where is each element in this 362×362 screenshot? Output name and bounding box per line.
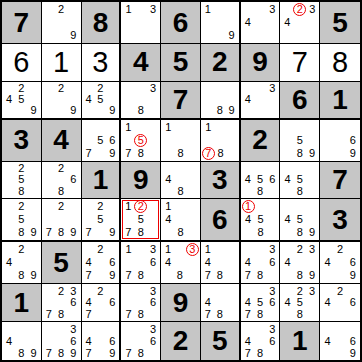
candidate-5: 5 (294, 134, 306, 147)
candidate-grid: 268 (42, 162, 81, 199)
given-digit: 2 (252, 126, 268, 154)
candidate-grid: 23458 (280, 284, 319, 321)
candidate-8: 8 (15, 226, 27, 239)
candidate-2-circled: 2 (293, 3, 306, 16)
candidate-7: 7 (202, 309, 214, 321)
candidate-7: 7 (122, 226, 134, 239)
candidate-5: 5 (255, 213, 267, 226)
candidate-3: 3 (147, 83, 159, 94)
candidate-5: 5 (94, 213, 106, 226)
candidate-2: 2 (294, 243, 306, 256)
given-digit: 3 (212, 166, 228, 194)
cell-r1c3[interactable]: 8 (82, 2, 122, 44)
candidate-8: 8 (214, 269, 226, 282)
candidate-4: 4 (242, 297, 254, 309)
candidate-8: 8 (254, 309, 266, 321)
candidate-6: 6 (346, 335, 359, 347)
cell-r2c4[interactable]: 4 (121, 44, 161, 82)
cell-r2c6[interactable]: 2 (201, 44, 241, 82)
cell-r2c9[interactable]: 8 (320, 44, 360, 82)
candidate-8: 8 (294, 226, 306, 239)
candidate-4: 4 (242, 94, 254, 105)
given-digit: 7 (14, 9, 30, 37)
candidate-8: 8 (255, 226, 267, 239)
candidate-1: 1 (122, 200, 134, 213)
cell-r8c8[interactable]: 23458 (280, 284, 320, 322)
cell-r7c3[interactable]: 24679 (82, 242, 122, 284)
cell-r3c6[interactable]: 89 (201, 82, 241, 120)
candidate-4: 4 (83, 297, 95, 309)
cell-r9c4[interactable]: 3678 (121, 322, 161, 360)
candidate-4: 4 (3, 256, 15, 269)
cell-r4c6[interactable]: 178 (201, 120, 241, 162)
candidate-3: 3 (306, 243, 318, 256)
given-digit: 4 (53, 126, 69, 154)
cell-r8c2[interactable]: 23678 (42, 284, 82, 322)
candidate-2: 2 (334, 285, 347, 297)
given-digit: 6 (173, 9, 189, 37)
candidate-9: 9 (346, 147, 359, 160)
candidate-7: 7 (122, 309, 134, 321)
candidate-4: 4 (321, 335, 334, 347)
candidate-6: 6 (106, 335, 118, 347)
candidate-grid: 2467 (82, 284, 120, 321)
candidate-3: 3 (306, 3, 318, 16)
solved-digit: 7 (292, 48, 308, 77)
cell-r6c7[interactable]: 1458 (241, 199, 281, 242)
candidate-grid: 34 (241, 82, 280, 118)
cell-r6c3[interactable]: 2579 (82, 199, 122, 242)
cell-r3c3[interactable]: 2459 (82, 82, 122, 120)
given-digit: 7 (173, 86, 189, 114)
candidate-grid: 89 (201, 82, 239, 118)
candidate-8: 8 (135, 269, 147, 282)
candidate-5: 5 (15, 94, 27, 105)
given-digit: 6 (212, 206, 228, 234)
cell-r4c2[interactable]: 4 (42, 120, 82, 162)
candidate-2: 2 (55, 285, 67, 297)
candidate-9: 9 (346, 269, 359, 282)
candidate-3: 3 (67, 323, 79, 335)
candidate-9: 9 (106, 347, 118, 359)
candidate-4: 4 (3, 94, 15, 105)
cell-r9c6[interactable]: 5 (201, 322, 241, 360)
candidate-3: 3 (147, 243, 159, 256)
candidate-grid: 2789 (42, 199, 81, 240)
candidate-grid: 29 (42, 82, 81, 118)
candidate-1: 1 (162, 121, 174, 134)
candidate-3: 3 (266, 323, 278, 335)
candidate-4: 4 (242, 335, 254, 347)
cell-r7c7[interactable]: 34678 (241, 242, 281, 284)
cell-r9c9[interactable]: 469 (320, 322, 360, 360)
cell-r1c1[interactable]: 7 (2, 2, 42, 44)
candidate-grid: 48 (161, 162, 200, 199)
candidate-2: 2 (94, 285, 106, 297)
cell-r3c2[interactable]: 29 (42, 82, 82, 120)
cell-r5c2[interactable]: 268 (42, 162, 82, 200)
candidate-5: 5 (15, 213, 27, 226)
candidate-grid: 24679 (82, 242, 120, 283)
candidate-6: 6 (346, 134, 359, 147)
candidate-1-circled: 1 (242, 200, 255, 213)
candidate-6: 6 (67, 297, 79, 309)
cell-r1c6[interactable]: 19 (201, 2, 241, 44)
candidate-3: 3 (306, 285, 318, 297)
candidate-9: 9 (306, 269, 318, 282)
candidate-2: 2 (55, 3, 67, 16)
given-digit: 9 (252, 48, 268, 76)
candidate-1: 1 (162, 200, 174, 213)
candidate-3: 3 (147, 323, 159, 335)
candidate-6: 6 (147, 297, 159, 309)
candidate-4: 4 (321, 256, 334, 269)
candidate-3-circled: 3 (186, 243, 199, 256)
candidate-grid: 258 (2, 162, 41, 199)
cell-r8c9[interactable]: 246 (320, 284, 360, 322)
cell-r4c1[interactable]: 3 (2, 120, 42, 162)
given-digit: 2 (173, 327, 189, 355)
candidate-8: 8 (174, 269, 186, 282)
candidate-3: 3 (67, 285, 79, 297)
cell-r1c8[interactable]: 234 (280, 2, 320, 44)
cell-r1c2[interactable]: 29 (42, 2, 82, 44)
cell-r6c6[interactable]: 6 (201, 199, 241, 242)
candidate-5: 5 (134, 213, 147, 226)
candidate-3: 3 (266, 243, 278, 256)
candidate-1: 1 (202, 3, 214, 16)
candidate-1: 1 (162, 243, 174, 256)
candidate-9: 9 (28, 226, 40, 239)
cell-r9c2[interactable]: 36789 (42, 322, 82, 360)
cell-r6c4[interactable]: 12578 (121, 199, 161, 242)
candidate-9: 9 (28, 347, 40, 359)
candidate-5-circled: 5 (134, 134, 147, 147)
given-digit: 7 (332, 166, 348, 194)
candidate-grid: 1458 (241, 199, 280, 240)
candidate-grid: 589 (280, 120, 319, 161)
candidate-9: 9 (28, 105, 40, 116)
candidate-6: 6 (106, 297, 118, 309)
candidate-2: 2 (15, 163, 27, 175)
candidate-7: 7 (83, 269, 95, 282)
cell-r2c7[interactable]: 9 (241, 44, 281, 82)
candidate-7: 7 (83, 309, 95, 321)
cell-r3c1[interactable]: 2459 (2, 82, 42, 120)
candidate-4: 4 (242, 16, 254, 29)
candidate-9: 9 (106, 105, 118, 116)
candidate-4: 4 (281, 16, 293, 29)
candidate-4: 4 (281, 256, 293, 269)
candidate-7: 7 (122, 147, 134, 160)
candidate-grid: 29 (42, 2, 81, 43)
candidate-8: 8 (55, 347, 67, 359)
candidate-6: 6 (67, 174, 79, 186)
cell-r3c4[interactable]: 38 (121, 82, 161, 120)
candidate-grid: 478 (201, 284, 239, 321)
candidate-2: 2 (334, 243, 347, 256)
candidate-7: 7 (122, 269, 134, 282)
candidate-1: 1 (122, 121, 134, 134)
cell-r5c1[interactable]: 258 (2, 162, 42, 200)
given-digit: 8 (93, 9, 109, 37)
candidate-4: 4 (242, 256, 254, 269)
cell-r5c6[interactable]: 3 (201, 162, 241, 200)
candidate-grid: 2589 (2, 199, 41, 240)
given-digit: 1 (14, 289, 30, 317)
candidate-5: 5 (254, 297, 266, 309)
candidate-4: 4 (281, 297, 293, 309)
candidate-6: 6 (266, 174, 278, 186)
cell-r8c4[interactable]: 3678 (121, 284, 161, 322)
candidate-7: 7 (83, 147, 95, 160)
solved-digit: 6 (13, 48, 29, 77)
cell-r3c9[interactable]: 1 (320, 82, 360, 120)
candidate-4: 4 (162, 213, 174, 226)
candidate-8: 8 (15, 269, 27, 282)
candidate-6: 6 (67, 335, 79, 347)
candidate-5: 5 (294, 297, 306, 309)
candidate-grid: 345678 (241, 284, 280, 321)
candidate-8: 8 (134, 226, 147, 239)
candidate-grid: 4568 (241, 162, 280, 199)
cell-r7c4[interactable]: 13678 (121, 242, 161, 284)
cell-r2c8[interactable]: 7 (280, 44, 320, 82)
given-digit: 5 (53, 249, 69, 277)
candidate-9: 9 (67, 347, 79, 359)
cell-r6c5[interactable]: 148 (161, 199, 201, 242)
candidate-8: 8 (135, 347, 147, 359)
candidate-4: 4 (321, 297, 334, 309)
candidate-7: 7 (242, 347, 254, 359)
cell-r5c4[interactable]: 9 (121, 162, 161, 200)
given-digit: 3 (14, 126, 30, 154)
candidate-4: 4 (281, 213, 293, 226)
candidate-grid: 178 (201, 120, 239, 161)
candidate-grid: 38 (121, 82, 160, 118)
candidate-8: 8 (174, 147, 186, 160)
candidate-3: 3 (266, 285, 278, 297)
cell-r7c9[interactable]: 2469 (320, 242, 360, 284)
cell-r1c5[interactable]: 6 (161, 2, 201, 44)
cell-r7c2[interactable]: 5 (42, 242, 82, 284)
cell-r5c9[interactable]: 7 (320, 162, 360, 200)
cell-r7c1[interactable]: 2489 (2, 242, 42, 284)
candidate-9: 9 (306, 226, 318, 239)
candidate-9: 9 (67, 105, 79, 116)
candidate-7: 7 (43, 309, 55, 321)
candidate-6: 6 (266, 297, 278, 309)
cell-r5c5[interactable]: 48 (161, 162, 201, 200)
cell-r9c5[interactable]: 2 (161, 322, 201, 360)
solved-digit: 3 (92, 48, 108, 77)
cell-r1c7[interactable]: 34 (241, 2, 281, 44)
candidate-8: 8 (254, 186, 266, 198)
candidate-4: 4 (83, 335, 95, 347)
candidate-9: 9 (106, 147, 118, 160)
candidate-grid: 148 (161, 199, 200, 240)
cell-r6c8[interactable]: 4589 (280, 199, 320, 242)
candidate-7: 7 (242, 269, 254, 282)
candidate-7: 7 (202, 269, 214, 282)
candidate-9: 9 (346, 347, 359, 359)
candidate-grid: 2579 (82, 199, 120, 240)
candidate-grid: 3678 (121, 284, 160, 321)
candidate-grid: 36789 (42, 322, 81, 360)
cell-r7c5[interactable]: 1348 (161, 242, 201, 284)
cell-r9c1[interactable]: 489 (2, 322, 42, 360)
cell-r4c9[interactable]: 69 (320, 120, 360, 162)
candidate-8: 8 (55, 226, 67, 239)
candidate-8: 8 (135, 105, 147, 116)
candidate-8: 8 (55, 309, 67, 321)
cell-r8c6[interactable]: 478 (201, 284, 241, 322)
cell-r3c5[interactable]: 7 (161, 82, 201, 120)
candidate-4: 4 (202, 256, 214, 269)
candidate-grid: 4679 (82, 322, 120, 360)
candidate-grid: 18 (161, 120, 200, 161)
cell-r1c9[interactable]: 5 (320, 2, 360, 44)
candidate-4: 4 (162, 174, 174, 186)
given-digit: 1 (93, 166, 109, 194)
candidate-9: 9 (28, 269, 40, 282)
candidate-1: 1 (202, 243, 214, 256)
given-digit: 2 (212, 48, 228, 76)
candidate-5: 5 (94, 134, 106, 147)
candidate-4: 4 (83, 256, 95, 269)
candidate-grid: 2459 (2, 82, 41, 118)
candidate-8: 8 (55, 186, 67, 198)
cell-r3c8[interactable]: 6 (280, 82, 320, 120)
cell-r3c7[interactable]: 34 (241, 82, 281, 120)
candidate-grid: 34 (241, 2, 280, 43)
candidate-8: 8 (215, 147, 226, 160)
candidate-2: 2 (94, 243, 106, 256)
cell-r6c1[interactable]: 2589 (2, 199, 42, 242)
cell-r2c3[interactable]: 3 (82, 44, 122, 82)
candidate-grid: 1348 (161, 242, 200, 283)
candidate-grid: 2489 (2, 242, 41, 283)
given-digit: 9 (173, 289, 189, 317)
candidate-5: 5 (15, 174, 27, 186)
candidate-3: 3 (147, 285, 159, 297)
candidate-2-circled: 2 (134, 200, 147, 213)
candidate-8: 8 (174, 186, 186, 198)
candidate-grid: 34678 (241, 242, 280, 283)
candidate-grid: 1578 (121, 120, 160, 161)
given-digit: 5 (173, 48, 189, 76)
candidate-5: 5 (254, 174, 266, 186)
cell-r5c3[interactable]: 1 (82, 162, 122, 200)
given-digit: 4 (133, 48, 149, 76)
candidate-9: 9 (67, 29, 79, 42)
candidate-2: 2 (94, 200, 106, 213)
cell-r6c2[interactable]: 2789 (42, 199, 82, 242)
cell-r9c7[interactable]: 34678 (241, 322, 281, 360)
candidate-grid: 234 (280, 2, 319, 43)
candidate-grid: 458 (280, 162, 319, 199)
candidate-8: 8 (294, 186, 306, 198)
cell-r4c4[interactable]: 1578 (121, 120, 161, 162)
candidate-8: 8 (214, 309, 226, 321)
cell-r2c5[interactable]: 5 (161, 44, 201, 82)
candidate-7: 7 (43, 347, 55, 359)
candidate-grid: 1478 (201, 242, 239, 283)
candidate-2: 2 (55, 200, 67, 213)
cell-r8c7[interactable]: 345678 (241, 284, 281, 322)
candidate-7: 7 (122, 347, 134, 359)
candidate-9: 9 (226, 29, 238, 42)
candidate-3: 3 (266, 83, 278, 94)
given-digit: 5 (212, 327, 228, 355)
candidate-2: 2 (15, 200, 27, 213)
cell-r5c8[interactable]: 458 (280, 162, 320, 200)
cell-r9c3[interactable]: 4679 (82, 322, 122, 360)
candidate-6: 6 (346, 256, 359, 269)
candidate-2: 2 (55, 83, 67, 94)
cell-r4c7[interactable]: 2 (241, 120, 281, 162)
cell-r9c8[interactable]: 1 (280, 322, 320, 360)
candidate-1: 1 (202, 121, 215, 134)
cell-r6c9[interactable]: 3 (320, 199, 360, 242)
candidate-grid: 246 (320, 284, 360, 321)
cell-r5c7[interactable]: 4568 (241, 162, 281, 200)
cell-r8c5[interactable]: 9 (161, 284, 201, 322)
candidate-6: 6 (346, 297, 359, 309)
candidate-7: 7 (43, 226, 55, 239)
cell-r8c1[interactable]: 1 (2, 284, 42, 322)
candidate-9: 9 (67, 226, 79, 239)
candidate-8: 8 (135, 309, 147, 321)
cell-r1c4[interactable]: 13 (121, 2, 161, 44)
candidate-8: 8 (254, 347, 266, 359)
candidate-6: 6 (106, 134, 118, 147)
candidate-8: 8 (15, 347, 27, 359)
given-digit: 6 (292, 86, 308, 114)
candidate-8: 8 (294, 269, 306, 282)
candidate-1: 1 (122, 243, 134, 256)
cell-r4c3[interactable]: 5679 (82, 120, 122, 162)
candidate-8: 8 (15, 186, 27, 198)
candidate-grid: 23678 (42, 284, 81, 321)
solved-digit: 8 (332, 48, 348, 77)
cell-r2c2[interactable]: 1 (42, 44, 82, 82)
candidate-5: 5 (294, 213, 306, 226)
candidate-9: 9 (106, 226, 118, 239)
candidate-grid: 23489 (280, 242, 319, 283)
candidate-4: 4 (202, 297, 214, 309)
candidate-3: 3 (147, 3, 159, 16)
candidate-grid: 69 (320, 120, 360, 161)
given-digit: 5 (332, 9, 348, 37)
candidate-4: 4 (242, 174, 254, 186)
candidate-8: 8 (134, 147, 147, 160)
given-digit: 3 (332, 206, 348, 234)
cell-r4c8[interactable]: 589 (280, 120, 320, 162)
cell-r8c3[interactable]: 2467 (82, 284, 122, 322)
solved-digit: 1 (53, 48, 69, 77)
candidate-grid: 469 (320, 322, 360, 360)
candidate-grid: 2469 (320, 242, 360, 283)
cell-r7c8[interactable]: 23489 (280, 242, 320, 284)
candidate-4: 4 (242, 213, 255, 226)
candidate-4: 4 (281, 174, 293, 186)
given-digit: 1 (292, 327, 308, 355)
cell-r7c6[interactable]: 1478 (201, 242, 241, 284)
cell-r2c1[interactable]: 6 (2, 44, 42, 82)
cell-r4c5[interactable]: 18 (161, 120, 201, 162)
candidate-7: 7 (83, 226, 95, 239)
